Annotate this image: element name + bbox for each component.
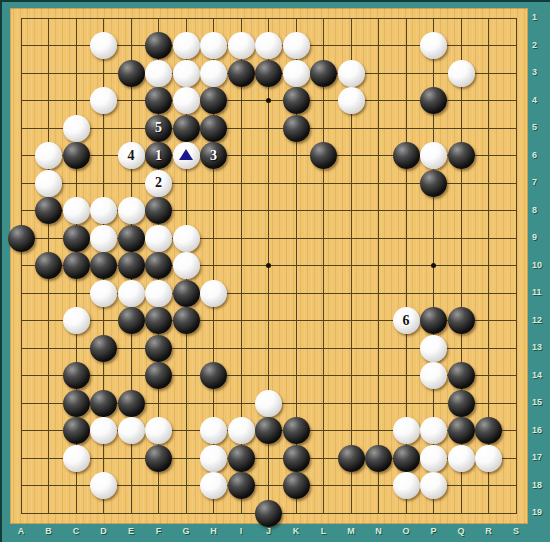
cell-L7[interactable]: [310, 169, 338, 197]
cell-B7[interactable]: [35, 169, 63, 197]
cell-G7[interactable]: [172, 169, 200, 197]
cell-E5[interactable]: [117, 114, 145, 142]
cell-M8[interactable]: [337, 197, 365, 225]
cell-I15[interactable]: [227, 389, 255, 417]
cell-S5[interactable]: [502, 114, 530, 142]
cell-J3[interactable]: [255, 59, 283, 87]
cell-J9[interactable]: [255, 224, 283, 252]
cell-R11[interactable]: [475, 279, 503, 307]
cell-A17[interactable]: [7, 444, 35, 472]
cell-J18[interactable]: [255, 472, 283, 500]
cell-D1[interactable]: [90, 4, 118, 32]
cell-L6[interactable]: [310, 142, 338, 170]
cell-A9[interactable]: [7, 224, 35, 252]
cell-P4[interactable]: [420, 87, 448, 115]
cell-E15[interactable]: [117, 389, 145, 417]
cell-M4[interactable]: [337, 87, 365, 115]
cell-S14[interactable]: [502, 362, 530, 390]
cell-H7[interactable]: [200, 169, 228, 197]
cell-F7[interactable]: 2: [145, 169, 173, 197]
cell-I16[interactable]: [227, 417, 255, 445]
cell-F18[interactable]: [145, 472, 173, 500]
cell-P10[interactable]: [420, 252, 448, 280]
cell-R8[interactable]: [475, 197, 503, 225]
cell-E14[interactable]: [117, 362, 145, 390]
cell-R1[interactable]: [475, 4, 503, 32]
cell-O13[interactable]: [392, 334, 420, 362]
cell-H15[interactable]: [200, 389, 228, 417]
cell-J15[interactable]: [255, 389, 283, 417]
cell-N18[interactable]: [365, 472, 393, 500]
cell-E3[interactable]: [117, 59, 145, 87]
cell-S4[interactable]: [502, 87, 530, 115]
cell-I10[interactable]: [227, 252, 255, 280]
cell-C19[interactable]: [62, 499, 90, 527]
cell-A19[interactable]: [7, 499, 35, 527]
cell-R9[interactable]: [475, 224, 503, 252]
cell-N1[interactable]: [365, 4, 393, 32]
cell-D10[interactable]: [90, 252, 118, 280]
cell-N14[interactable]: [365, 362, 393, 390]
cell-K8[interactable]: [282, 197, 310, 225]
cell-N10[interactable]: [365, 252, 393, 280]
cell-F13[interactable]: [145, 334, 173, 362]
cell-I2[interactable]: [227, 32, 255, 60]
cell-E16[interactable]: [117, 417, 145, 445]
cell-I1[interactable]: [227, 4, 255, 32]
cell-M9[interactable]: [337, 224, 365, 252]
cell-E7[interactable]: [117, 169, 145, 197]
cell-O6[interactable]: [392, 142, 420, 170]
cell-M2[interactable]: [337, 32, 365, 60]
cell-N16[interactable]: [365, 417, 393, 445]
cell-P3[interactable]: [420, 59, 448, 87]
cell-M17[interactable]: [337, 444, 365, 472]
cell-P19[interactable]: [420, 499, 448, 527]
cell-R7[interactable]: [475, 169, 503, 197]
cell-H9[interactable]: [200, 224, 228, 252]
cell-G8[interactable]: [172, 197, 200, 225]
cell-O1[interactable]: [392, 4, 420, 32]
cell-P17[interactable]: [420, 444, 448, 472]
cell-K3[interactable]: [282, 59, 310, 87]
cell-B6[interactable]: [35, 142, 63, 170]
cell-O8[interactable]: [392, 197, 420, 225]
cell-N8[interactable]: [365, 197, 393, 225]
cell-J2[interactable]: [255, 32, 283, 60]
cell-H19[interactable]: [200, 499, 228, 527]
cell-L5[interactable]: [310, 114, 338, 142]
cell-A2[interactable]: [7, 32, 35, 60]
cell-F4[interactable]: [145, 87, 173, 115]
cell-C12[interactable]: [62, 307, 90, 335]
cell-E12[interactable]: [117, 307, 145, 335]
cell-D12[interactable]: [90, 307, 118, 335]
cell-R14[interactable]: [475, 362, 503, 390]
cell-I11[interactable]: [227, 279, 255, 307]
cell-L13[interactable]: [310, 334, 338, 362]
cell-B19[interactable]: [35, 499, 63, 527]
cell-G1[interactable]: [172, 4, 200, 32]
cell-F12[interactable]: [145, 307, 173, 335]
cell-P2[interactable]: [420, 32, 448, 60]
cell-K10[interactable]: [282, 252, 310, 280]
cell-N12[interactable]: [365, 307, 393, 335]
cell-L4[interactable]: [310, 87, 338, 115]
cell-A6[interactable]: [7, 142, 35, 170]
cell-A13[interactable]: [7, 334, 35, 362]
cell-H8[interactable]: [200, 197, 228, 225]
cell-H17[interactable]: [200, 444, 228, 472]
cell-F8[interactable]: [145, 197, 173, 225]
cell-N9[interactable]: [365, 224, 393, 252]
cell-Q17[interactable]: [447, 444, 475, 472]
cell-P14[interactable]: [420, 362, 448, 390]
cell-B10[interactable]: [35, 252, 63, 280]
cell-S6[interactable]: [502, 142, 530, 170]
cell-B5[interactable]: [35, 114, 63, 142]
cell-B13[interactable]: [35, 334, 63, 362]
cell-C11[interactable]: [62, 279, 90, 307]
cell-A15[interactable]: [7, 389, 35, 417]
cell-F1[interactable]: [145, 4, 173, 32]
cell-K17[interactable]: [282, 444, 310, 472]
cell-J10[interactable]: [255, 252, 283, 280]
cell-R13[interactable]: [475, 334, 503, 362]
cell-O9[interactable]: [392, 224, 420, 252]
cell-I14[interactable]: [227, 362, 255, 390]
cell-C16[interactable]: [62, 417, 90, 445]
cell-O5[interactable]: [392, 114, 420, 142]
cell-O18[interactable]: [392, 472, 420, 500]
cell-L19[interactable]: [310, 499, 338, 527]
cell-C13[interactable]: [62, 334, 90, 362]
cell-M6[interactable]: [337, 142, 365, 170]
cell-Q5[interactable]: [447, 114, 475, 142]
cell-Q11[interactable]: [447, 279, 475, 307]
cell-J8[interactable]: [255, 197, 283, 225]
cell-N6[interactable]: [365, 142, 393, 170]
cell-N19[interactable]: [365, 499, 393, 527]
cell-P16[interactable]: [420, 417, 448, 445]
cell-Q4[interactable]: [447, 87, 475, 115]
cell-N11[interactable]: [365, 279, 393, 307]
cell-L10[interactable]: [310, 252, 338, 280]
cell-Q10[interactable]: [447, 252, 475, 280]
cell-H2[interactable]: [200, 32, 228, 60]
cell-H11[interactable]: [200, 279, 228, 307]
cell-H16[interactable]: [200, 417, 228, 445]
cell-C7[interactable]: [62, 169, 90, 197]
cell-D11[interactable]: [90, 279, 118, 307]
cell-P18[interactable]: [420, 472, 448, 500]
cell-I9[interactable]: [227, 224, 255, 252]
cell-O11[interactable]: [392, 279, 420, 307]
cell-G4[interactable]: [172, 87, 200, 115]
cell-A12[interactable]: [7, 307, 35, 335]
cell-I12[interactable]: [227, 307, 255, 335]
cell-F16[interactable]: [145, 417, 173, 445]
cell-K19[interactable]: [282, 499, 310, 527]
cell-S9[interactable]: [502, 224, 530, 252]
cell-S17[interactable]: [502, 444, 530, 472]
cell-P12[interactable]: [420, 307, 448, 335]
cell-D16[interactable]: [90, 417, 118, 445]
cell-F14[interactable]: [145, 362, 173, 390]
cell-E18[interactable]: [117, 472, 145, 500]
cell-K11[interactable]: [282, 279, 310, 307]
cell-O12[interactable]: 6: [392, 307, 420, 335]
cell-N5[interactable]: [365, 114, 393, 142]
cell-A11[interactable]: [7, 279, 35, 307]
cell-D9[interactable]: [90, 224, 118, 252]
cell-G14[interactable]: [172, 362, 200, 390]
cell-O17[interactable]: [392, 444, 420, 472]
cell-R19[interactable]: [475, 499, 503, 527]
cell-L16[interactable]: [310, 417, 338, 445]
cell-G6[interactable]: [172, 142, 200, 170]
cell-Q18[interactable]: [447, 472, 475, 500]
cell-D13[interactable]: [90, 334, 118, 362]
cell-A7[interactable]: [7, 169, 35, 197]
cell-E13[interactable]: [117, 334, 145, 362]
cell-G19[interactable]: [172, 499, 200, 527]
cell-L3[interactable]: [310, 59, 338, 87]
cell-L15[interactable]: [310, 389, 338, 417]
cell-G18[interactable]: [172, 472, 200, 500]
cell-K9[interactable]: [282, 224, 310, 252]
cell-S19[interactable]: [502, 499, 530, 527]
cell-M1[interactable]: [337, 4, 365, 32]
cell-Q7[interactable]: [447, 169, 475, 197]
cell-P11[interactable]: [420, 279, 448, 307]
cell-I6[interactable]: [227, 142, 255, 170]
cell-C5[interactable]: [62, 114, 90, 142]
cell-O2[interactable]: [392, 32, 420, 60]
cell-M13[interactable]: [337, 334, 365, 362]
cell-L18[interactable]: [310, 472, 338, 500]
cell-I3[interactable]: [227, 59, 255, 87]
cell-Q6[interactable]: [447, 142, 475, 170]
cell-D17[interactable]: [90, 444, 118, 472]
cell-H1[interactable]: [200, 4, 228, 32]
cell-J11[interactable]: [255, 279, 283, 307]
cell-G17[interactable]: [172, 444, 200, 472]
cell-G13[interactable]: [172, 334, 200, 362]
cell-I4[interactable]: [227, 87, 255, 115]
cell-K12[interactable]: [282, 307, 310, 335]
cell-B18[interactable]: [35, 472, 63, 500]
cell-S11[interactable]: [502, 279, 530, 307]
cell-D15[interactable]: [90, 389, 118, 417]
cell-C4[interactable]: [62, 87, 90, 115]
cell-K5[interactable]: [282, 114, 310, 142]
cell-O16[interactable]: [392, 417, 420, 445]
cell-A8[interactable]: [7, 197, 35, 225]
cell-G11[interactable]: [172, 279, 200, 307]
cell-C17[interactable]: [62, 444, 90, 472]
cell-F3[interactable]: [145, 59, 173, 87]
cell-B4[interactable]: [35, 87, 63, 115]
cell-S16[interactable]: [502, 417, 530, 445]
cell-P5[interactable]: [420, 114, 448, 142]
cell-C3[interactable]: [62, 59, 90, 87]
cell-M7[interactable]: [337, 169, 365, 197]
cell-G3[interactable]: [172, 59, 200, 87]
cell-J5[interactable]: [255, 114, 283, 142]
cell-D2[interactable]: [90, 32, 118, 60]
cell-F15[interactable]: [145, 389, 173, 417]
cell-B2[interactable]: [35, 32, 63, 60]
cell-O3[interactable]: [392, 59, 420, 87]
cell-K16[interactable]: [282, 417, 310, 445]
cell-P13[interactable]: [420, 334, 448, 362]
cell-A10[interactable]: [7, 252, 35, 280]
cell-G15[interactable]: [172, 389, 200, 417]
cell-M16[interactable]: [337, 417, 365, 445]
cell-F10[interactable]: [145, 252, 173, 280]
cell-P6[interactable]: [420, 142, 448, 170]
cell-E9[interactable]: [117, 224, 145, 252]
cell-E10[interactable]: [117, 252, 145, 280]
cell-K18[interactable]: [282, 472, 310, 500]
cell-E1[interactable]: [117, 4, 145, 32]
cell-A3[interactable]: [7, 59, 35, 87]
cell-N13[interactable]: [365, 334, 393, 362]
cell-I18[interactable]: [227, 472, 255, 500]
cell-N3[interactable]: [365, 59, 393, 87]
cell-Q16[interactable]: [447, 417, 475, 445]
cell-P9[interactable]: [420, 224, 448, 252]
cell-G2[interactable]: [172, 32, 200, 60]
cell-K6[interactable]: [282, 142, 310, 170]
cell-R12[interactable]: [475, 307, 503, 335]
cell-R18[interactable]: [475, 472, 503, 500]
cell-R2[interactable]: [475, 32, 503, 60]
cell-O14[interactable]: [392, 362, 420, 390]
cell-E6[interactable]: 4: [117, 142, 145, 170]
cell-B16[interactable]: [35, 417, 63, 445]
cell-F9[interactable]: [145, 224, 173, 252]
cell-Q15[interactable]: [447, 389, 475, 417]
cell-B9[interactable]: [35, 224, 63, 252]
cell-E8[interactable]: [117, 197, 145, 225]
cell-L12[interactable]: [310, 307, 338, 335]
cell-S13[interactable]: [502, 334, 530, 362]
cell-J16[interactable]: [255, 417, 283, 445]
cell-C8[interactable]: [62, 197, 90, 225]
cell-J12[interactable]: [255, 307, 283, 335]
cell-R10[interactable]: [475, 252, 503, 280]
cell-A16[interactable]: [7, 417, 35, 445]
cell-F11[interactable]: [145, 279, 173, 307]
cell-I19[interactable]: [227, 499, 255, 527]
cell-S2[interactable]: [502, 32, 530, 60]
cell-B12[interactable]: [35, 307, 63, 335]
cell-B3[interactable]: [35, 59, 63, 87]
cell-O19[interactable]: [392, 499, 420, 527]
cell-G5[interactable]: [172, 114, 200, 142]
cell-H10[interactable]: [200, 252, 228, 280]
cell-K15[interactable]: [282, 389, 310, 417]
cell-M18[interactable]: [337, 472, 365, 500]
cell-R6[interactable]: [475, 142, 503, 170]
go-board[interactable]: 541326: [10, 8, 528, 524]
cell-D6[interactable]: [90, 142, 118, 170]
cell-J17[interactable]: [255, 444, 283, 472]
cell-H3[interactable]: [200, 59, 228, 87]
cell-N7[interactable]: [365, 169, 393, 197]
cell-E19[interactable]: [117, 499, 145, 527]
cell-R3[interactable]: [475, 59, 503, 87]
cell-J19[interactable]: [255, 499, 283, 527]
cell-N15[interactable]: [365, 389, 393, 417]
cell-G9[interactable]: [172, 224, 200, 252]
cell-F17[interactable]: [145, 444, 173, 472]
cell-R15[interactable]: [475, 389, 503, 417]
cell-K14[interactable]: [282, 362, 310, 390]
cell-J7[interactable]: [255, 169, 283, 197]
cell-H13[interactable]: [200, 334, 228, 362]
cell-I8[interactable]: [227, 197, 255, 225]
cell-Q19[interactable]: [447, 499, 475, 527]
cell-P8[interactable]: [420, 197, 448, 225]
cell-Q1[interactable]: [447, 4, 475, 32]
cell-K13[interactable]: [282, 334, 310, 362]
cell-A14[interactable]: [7, 362, 35, 390]
cell-J1[interactable]: [255, 4, 283, 32]
cell-A1[interactable]: [7, 4, 35, 32]
cell-D14[interactable]: [90, 362, 118, 390]
cell-E2[interactable]: [117, 32, 145, 60]
cell-S12[interactable]: [502, 307, 530, 335]
cell-H5[interactable]: [200, 114, 228, 142]
cell-D7[interactable]: [90, 169, 118, 197]
cell-D8[interactable]: [90, 197, 118, 225]
cell-H14[interactable]: [200, 362, 228, 390]
cell-L8[interactable]: [310, 197, 338, 225]
cell-P1[interactable]: [420, 4, 448, 32]
cell-E17[interactable]: [117, 444, 145, 472]
cell-R17[interactable]: [475, 444, 503, 472]
cell-M5[interactable]: [337, 114, 365, 142]
cell-F6[interactable]: 1: [145, 142, 173, 170]
cell-A18[interactable]: [7, 472, 35, 500]
cell-L11[interactable]: [310, 279, 338, 307]
cell-J4[interactable]: [255, 87, 283, 115]
cell-Q3[interactable]: [447, 59, 475, 87]
cell-C10[interactable]: [62, 252, 90, 280]
cell-E11[interactable]: [117, 279, 145, 307]
cell-S15[interactable]: [502, 389, 530, 417]
cell-S3[interactable]: [502, 59, 530, 87]
cell-D19[interactable]: [90, 499, 118, 527]
cell-J14[interactable]: [255, 362, 283, 390]
cell-N17[interactable]: [365, 444, 393, 472]
cell-I17[interactable]: [227, 444, 255, 472]
cell-D18[interactable]: [90, 472, 118, 500]
cell-L2[interactable]: [310, 32, 338, 60]
cell-K2[interactable]: [282, 32, 310, 60]
cell-S1[interactable]: [502, 4, 530, 32]
cell-R16[interactable]: [475, 417, 503, 445]
cell-Q2[interactable]: [447, 32, 475, 60]
cell-Q12[interactable]: [447, 307, 475, 335]
cell-L14[interactable]: [310, 362, 338, 390]
cell-C14[interactable]: [62, 362, 90, 390]
cell-L1[interactable]: [310, 4, 338, 32]
cell-N4[interactable]: [365, 87, 393, 115]
